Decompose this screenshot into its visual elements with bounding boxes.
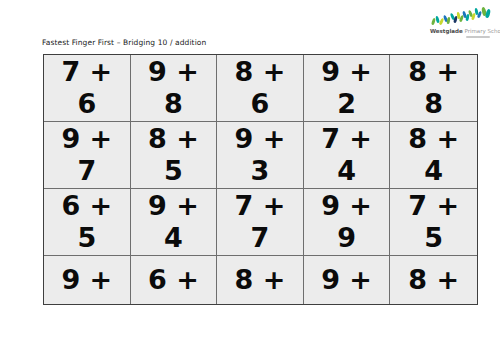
flashcard-cell-r1c2: 9 +8 — [131, 55, 218, 122]
addend-bottom: 7 — [77, 155, 96, 187]
flashcard-cell-r4c1: 9 + — [44, 256, 131, 304]
flashcard-cell-r4c4: 9 + — [304, 256, 391, 304]
flashcard-cell-r2c5: 8 +4 — [390, 122, 477, 189]
addend-bottom: 9 — [337, 222, 356, 254]
addend-bottom: 5 — [77, 222, 96, 254]
addend-bottom: 4 — [164, 222, 183, 254]
flashcard-cell-r3c3: 7 +7 — [217, 189, 304, 256]
flashcard-cell-r2c4: 7 +4 — [304, 122, 391, 189]
addend-top: 9 + — [148, 190, 199, 222]
logo-tagline-rule — [466, 36, 490, 38]
addend-bottom: 7 — [251, 222, 270, 254]
addend-bottom: 3 — [251, 155, 270, 187]
addend-bottom: 6 — [77, 88, 96, 120]
addend-top: 8 + — [408, 123, 459, 155]
addend-bottom: 5 — [424, 222, 443, 254]
addend-top: 7 + — [61, 56, 112, 88]
addend-top: 6 + — [148, 264, 199, 296]
addend-bottom: 8 — [424, 88, 443, 120]
addend-bottom: 6 — [251, 88, 270, 120]
school-name: Westglade Primary School — [430, 28, 492, 34]
addend-top: 9 + — [321, 56, 372, 88]
logo-leaves-cluster — [432, 6, 490, 26]
addend-top: 9 + — [321, 190, 372, 222]
flashcard-cell-r1c1: 7 +6 — [44, 55, 131, 122]
flashcard-cell-r1c3: 8 +6 — [217, 55, 304, 122]
flashcard-cell-r3c4: 9 +9 — [304, 189, 391, 256]
flashcard-cell-r1c4: 9 +2 — [304, 55, 391, 122]
addend-bottom: 5 — [164, 155, 183, 187]
flashcard-cell-r2c2: 8 +5 — [131, 122, 218, 189]
addend-top: 8 + — [408, 264, 459, 296]
addend-top: 8 + — [235, 56, 286, 88]
addend-bottom: 8 — [164, 88, 183, 120]
addend-top: 7 + — [408, 190, 459, 222]
leaf-icon — [446, 17, 450, 24]
flashcard-cell-r4c2: 6 + — [131, 256, 218, 304]
school-logo: Westglade Primary School — [430, 6, 492, 44]
addend-top: 9 + — [61, 264, 112, 296]
flashcard-cell-r1c5: 8 +8 — [390, 55, 477, 122]
school-name-rest: Primary School — [463, 28, 500, 34]
addend-top: 9 + — [235, 123, 286, 155]
flashcard-cell-r2c3: 9 +3 — [217, 122, 304, 189]
flashcard-cell-r4c5: 8 + — [390, 256, 477, 304]
addend-top: 7 + — [235, 190, 286, 222]
flashcard-grid: 7 +6 9 +8 8 +6 9 +2 8 +8 9 +7 8 +5 9 +3 … — [43, 54, 478, 305]
addend-top: 8 + — [235, 264, 286, 296]
addend-top: 9 + — [61, 123, 112, 155]
addend-top: 9 + — [321, 264, 372, 296]
worksheet-page: Westglade Primary School Fastest Finger … — [0, 0, 500, 353]
addend-top: 8 + — [408, 56, 459, 88]
addend-bottom: 2 — [337, 88, 356, 120]
flashcard-cell-r3c1: 6 +5 — [44, 189, 131, 256]
school-name-bold: Westglade — [430, 28, 463, 34]
addend-top: 8 + — [148, 123, 199, 155]
worksheet-title: Fastest Finger First – Bridging 10 / add… — [42, 38, 206, 47]
addend-top: 9 + — [148, 56, 199, 88]
flashcard-cell-r3c5: 7 +5 — [390, 189, 477, 256]
flashcard-cell-r2c1: 9 +7 — [44, 122, 131, 189]
flashcard-cell-r3c2: 9 +4 — [131, 189, 218, 256]
flashcard-cell-r4c3: 8 + — [217, 256, 304, 304]
addend-bottom: 4 — [424, 155, 443, 187]
addend-bottom: 4 — [337, 155, 356, 187]
addend-top: 7 + — [321, 123, 372, 155]
addend-top: 6 + — [61, 190, 112, 222]
